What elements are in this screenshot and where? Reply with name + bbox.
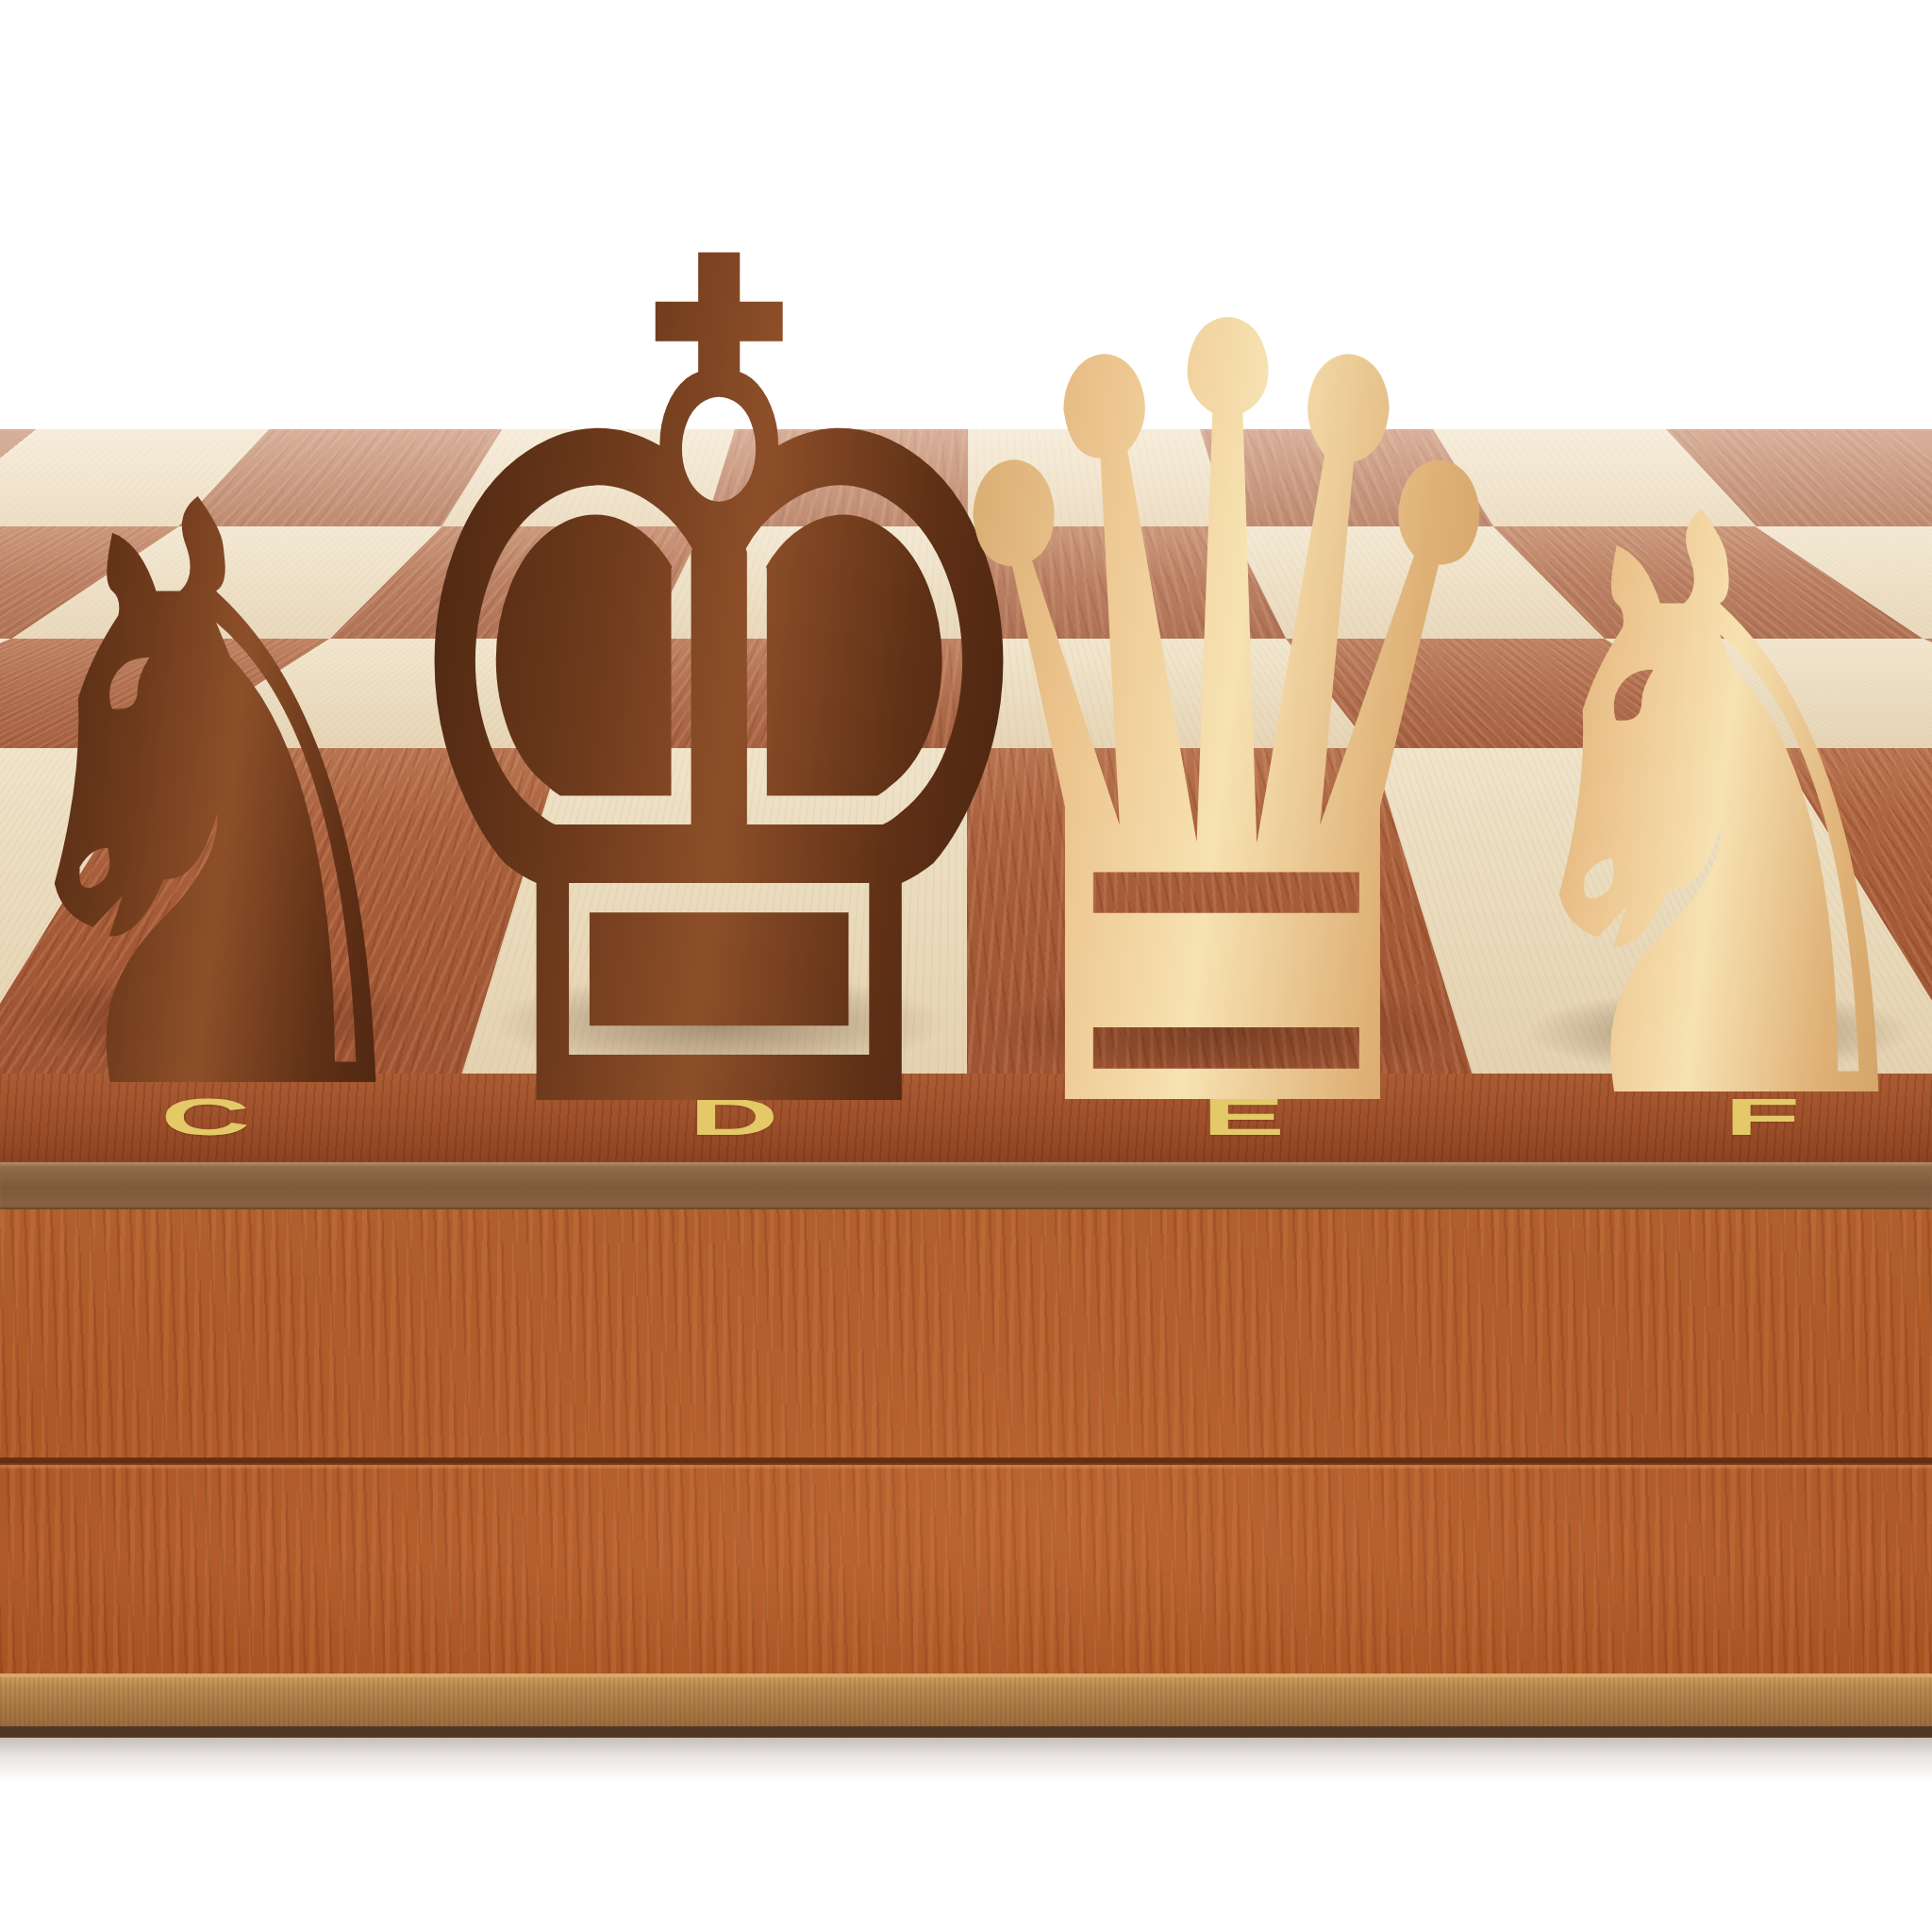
piece-light-queen-e1[interactable]: ♛: [891, 193, 1562, 1264]
box-bottom-edge: [0, 1674, 1932, 1738]
contact-shadow: [0, 1738, 1932, 1781]
box-lid-seam: [0, 1457, 1932, 1465]
piece-light-knight-f1[interactable]: ♞: [1469, 417, 1932, 1214]
chess-box-photo: C D E F ♞ ♚ ♛ ♞: [0, 0, 1932, 1932]
